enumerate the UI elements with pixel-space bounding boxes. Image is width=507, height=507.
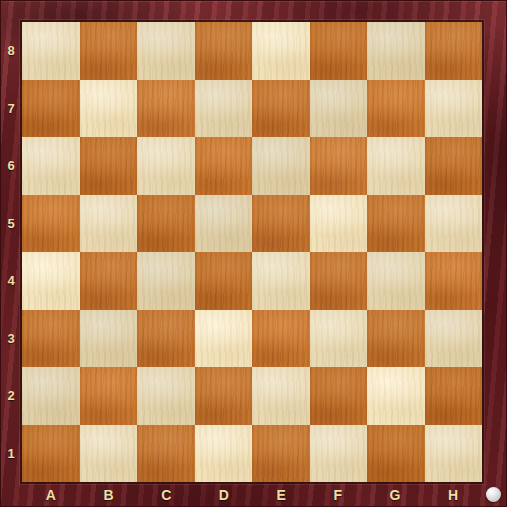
rank-label-4: 4 — [7, 274, 14, 287]
square-a4[interactable] — [22, 252, 80, 310]
file-label-e: E — [277, 488, 286, 502]
square-d6[interactable] — [195, 137, 253, 195]
square-a7[interactable] — [22, 80, 80, 138]
square-a6[interactable] — [22, 137, 80, 195]
square-b2[interactable] — [80, 367, 138, 425]
square-e7[interactable] — [252, 80, 310, 138]
square-g1[interactable] — [367, 425, 425, 483]
file-label-h: H — [448, 488, 458, 502]
square-h1[interactable] — [425, 425, 483, 483]
square-f5[interactable] — [310, 195, 368, 253]
file-label-a: A — [46, 488, 56, 502]
square-h7[interactable] — [425, 80, 483, 138]
square-b6[interactable] — [80, 137, 138, 195]
square-f8[interactable] — [310, 22, 368, 80]
file-label-g: G — [390, 488, 401, 502]
square-h6[interactable] — [425, 137, 483, 195]
white-to-move-indicator-ball — [486, 487, 501, 502]
square-e8[interactable] — [252, 22, 310, 80]
square-g6[interactable] — [367, 137, 425, 195]
square-a3[interactable] — [22, 310, 80, 368]
square-e5[interactable] — [252, 195, 310, 253]
square-b3[interactable] — [80, 310, 138, 368]
square-a5[interactable] — [22, 195, 80, 253]
square-g7[interactable] — [367, 80, 425, 138]
square-b7[interactable] — [80, 80, 138, 138]
square-a1[interactable] — [22, 425, 80, 483]
square-b4[interactable] — [80, 252, 138, 310]
square-e6[interactable] — [252, 137, 310, 195]
square-b8[interactable] — [80, 22, 138, 80]
square-d7[interactable] — [195, 80, 253, 138]
square-d1[interactable] — [195, 425, 253, 483]
rank-label-3: 3 — [7, 332, 14, 345]
rank-label-1: 1 — [7, 447, 14, 460]
square-f7[interactable] — [310, 80, 368, 138]
square-b5[interactable] — [80, 195, 138, 253]
square-g5[interactable] — [367, 195, 425, 253]
square-b1[interactable] — [80, 425, 138, 483]
file-label-d: D — [219, 488, 229, 502]
square-f1[interactable] — [310, 425, 368, 483]
square-d2[interactable] — [195, 367, 253, 425]
square-f2[interactable] — [310, 367, 368, 425]
square-c6[interactable] — [137, 137, 195, 195]
square-f4[interactable] — [310, 252, 368, 310]
square-d4[interactable] — [195, 252, 253, 310]
rank-label-2: 2 — [7, 389, 14, 402]
square-d8[interactable] — [195, 22, 253, 80]
square-c1[interactable] — [137, 425, 195, 483]
file-label-b: B — [103, 488, 113, 502]
square-c2[interactable] — [137, 367, 195, 425]
square-d3[interactable] — [195, 310, 253, 368]
rank-labels: 8 7 6 5 4 3 2 1 — [0, 22, 22, 482]
square-h3[interactable] — [425, 310, 483, 368]
square-d5[interactable] — [195, 195, 253, 253]
file-label-c: C — [161, 488, 171, 502]
square-c5[interactable] — [137, 195, 195, 253]
square-h4[interactable] — [425, 252, 483, 310]
square-e1[interactable] — [252, 425, 310, 483]
square-h5[interactable] — [425, 195, 483, 253]
square-g2[interactable] — [367, 367, 425, 425]
square-f3[interactable] — [310, 310, 368, 368]
chess-board[interactable] — [22, 22, 482, 482]
file-label-f: F — [333, 488, 342, 502]
square-h2[interactable] — [425, 367, 483, 425]
square-c8[interactable] — [137, 22, 195, 80]
square-c4[interactable] — [137, 252, 195, 310]
square-e4[interactable] — [252, 252, 310, 310]
square-e2[interactable] — [252, 367, 310, 425]
square-c3[interactable] — [137, 310, 195, 368]
rank-label-6: 6 — [7, 159, 14, 172]
rank-label-8: 8 — [7, 44, 14, 57]
square-e3[interactable] — [252, 310, 310, 368]
rank-label-5: 5 — [7, 217, 14, 230]
square-g4[interactable] — [367, 252, 425, 310]
rank-label-7: 7 — [7, 102, 14, 115]
square-a8[interactable] — [22, 22, 80, 80]
square-c7[interactable] — [137, 80, 195, 138]
square-f6[interactable] — [310, 137, 368, 195]
file-labels: A B C D E F G H — [22, 482, 482, 507]
square-g8[interactable] — [367, 22, 425, 80]
square-g3[interactable] — [367, 310, 425, 368]
square-a2[interactable] — [22, 367, 80, 425]
square-h8[interactable] — [425, 22, 483, 80]
chess-app-window: 8 7 6 5 4 3 2 1 A B C D E F G H — [0, 0, 507, 507]
